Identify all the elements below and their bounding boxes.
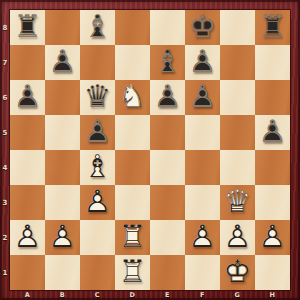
white-pawn-b2[interactable]: ♟♙: [45, 220, 80, 255]
pawn-outline-icon: ♙: [185, 79, 220, 114]
square-g1[interactable]: ♚♔: [220, 255, 255, 290]
square-h3[interactable]: [255, 185, 290, 220]
white-pawn-a2[interactable]: ♟♙: [10, 220, 45, 255]
king-outline-icon: ♔: [220, 254, 255, 289]
square-c4[interactable]: ♝♗: [80, 150, 115, 185]
rook-icon: ♜: [10, 9, 45, 44]
pawn-icon: ♟: [220, 219, 255, 254]
square-g3[interactable]: ♛♕: [220, 185, 255, 220]
square-e7[interactable]: ♝♗: [150, 45, 185, 80]
square-a1[interactable]: [10, 255, 45, 290]
pawn-icon: ♟: [80, 184, 115, 219]
square-b5[interactable]: [45, 115, 80, 150]
square-f3[interactable]: [185, 185, 220, 220]
square-c7[interactable]: [80, 45, 115, 80]
file-label-e: E: [150, 290, 185, 300]
square-d7[interactable]: [115, 45, 150, 80]
rook-outline-icon: ♖: [115, 219, 150, 254]
square-f5[interactable]: [185, 115, 220, 150]
king-icon: ♚: [220, 254, 255, 289]
file-label-a: A: [10, 290, 45, 300]
pawn-outline-icon: ♙: [255, 114, 290, 149]
file-label-d: D: [115, 290, 150, 300]
queen-outline-icon: ♕: [80, 79, 115, 114]
chess-board-frame: ♜♖♝♗♚♔♜♖♟♙♝♗♟♙♟♙♛♕♞♘♟♙♟♙♟♙♟♙♝♗♟♙♛♕♟♙♟♙♜♖…: [0, 0, 300, 300]
square-b7[interactable]: ♟♙: [45, 45, 80, 80]
square-e2[interactable]: [150, 220, 185, 255]
square-c5[interactable]: ♟♙: [80, 115, 115, 150]
pawn-icon: ♟: [185, 219, 220, 254]
rook-icon: ♜: [115, 219, 150, 254]
file-label-h: H: [255, 290, 290, 300]
rank-label-2: 2: [0, 220, 10, 255]
square-h2[interactable]: ♟♙: [255, 220, 290, 255]
square-g7[interactable]: [220, 45, 255, 80]
pawn-outline-icon: ♙: [45, 219, 80, 254]
square-d1[interactable]: ♜♖: [115, 255, 150, 290]
pawn-icon: ♟: [255, 114, 290, 149]
black-king-f8[interactable]: ♚♔: [185, 10, 220, 45]
square-b3[interactable]: [45, 185, 80, 220]
white-bishop-c4[interactable]: ♝♗: [80, 150, 115, 185]
file-label-g: G: [220, 290, 255, 300]
square-e6[interactable]: ♟♙: [150, 80, 185, 115]
black-bishop-e7[interactable]: ♝♗: [150, 45, 185, 80]
rank-label-5: 5: [0, 115, 10, 150]
rank-label-7: 7: [0, 45, 10, 80]
square-g5[interactable]: [220, 115, 255, 150]
rook-outline-icon: ♖: [255, 9, 290, 44]
board-grid: ♜♖♝♗♚♔♜♖♟♙♝♗♟♙♟♙♛♕♞♘♟♙♟♙♟♙♟♙♝♗♟♙♛♕♟♙♟♙♜♖…: [10, 10, 290, 290]
square-c1[interactable]: [80, 255, 115, 290]
queen-outline-icon: ♕: [220, 184, 255, 219]
square-f2[interactable]: ♟♙: [185, 220, 220, 255]
square-e3[interactable]: [150, 185, 185, 220]
square-d5[interactable]: [115, 115, 150, 150]
bishop-outline-icon: ♗: [80, 149, 115, 184]
rank-label-1: 1: [0, 255, 10, 290]
black-pawn-c5[interactable]: ♟♙: [80, 115, 115, 150]
white-rook-d1[interactable]: ♜♖: [115, 255, 150, 290]
square-g2[interactable]: ♟♙: [220, 220, 255, 255]
file-label-c: C: [80, 290, 115, 300]
pawn-outline-icon: ♙: [185, 44, 220, 79]
rook-outline-icon: ♖: [10, 9, 45, 44]
white-rook-d2[interactable]: ♜♖: [115, 220, 150, 255]
square-b2[interactable]: ♟♙: [45, 220, 80, 255]
square-f7[interactable]: ♟♙: [185, 45, 220, 80]
pawn-outline-icon: ♙: [150, 79, 185, 114]
pawn-outline-icon: ♙: [185, 219, 220, 254]
queen-icon: ♛: [80, 79, 115, 114]
white-pawn-f2[interactable]: ♟♙: [185, 220, 220, 255]
pawn-icon: ♟: [10, 79, 45, 114]
square-d2[interactable]: ♜♖: [115, 220, 150, 255]
black-rook-a8[interactable]: ♜♖: [10, 10, 45, 45]
pawn-icon: ♟: [150, 79, 185, 114]
black-pawn-b7[interactable]: ♟♙: [45, 45, 80, 80]
rook-outline-icon: ♖: [115, 254, 150, 289]
file-label-b: B: [45, 290, 80, 300]
square-h8[interactable]: ♜♖: [255, 10, 290, 45]
square-d4[interactable]: [115, 150, 150, 185]
square-a3[interactable]: [10, 185, 45, 220]
square-d6[interactable]: ♞♘: [115, 80, 150, 115]
square-f4[interactable]: [185, 150, 220, 185]
square-c8[interactable]: ♝♗: [80, 10, 115, 45]
square-a5[interactable]: [10, 115, 45, 150]
square-f6[interactable]: ♟♙: [185, 80, 220, 115]
square-h1[interactable]: [255, 255, 290, 290]
square-g6[interactable]: [220, 80, 255, 115]
square-e4[interactable]: [150, 150, 185, 185]
square-e5[interactable]: [150, 115, 185, 150]
knight-icon: ♞: [115, 79, 150, 114]
bishop-icon: ♝: [150, 44, 185, 79]
pawn-icon: ♟: [45, 44, 80, 79]
bishop-outline-icon: ♗: [150, 44, 185, 79]
white-queen-g3[interactable]: ♛♕: [220, 185, 255, 220]
rank-label-8: 8: [0, 10, 10, 45]
square-a6[interactable]: ♟♙: [10, 80, 45, 115]
square-a4[interactable]: [10, 150, 45, 185]
square-c6[interactable]: ♛♕: [80, 80, 115, 115]
square-b1[interactable]: [45, 255, 80, 290]
rank-label-6: 6: [0, 80, 10, 115]
white-pawn-h2[interactable]: ♟♙: [255, 220, 290, 255]
square-h6[interactable]: [255, 80, 290, 115]
pawn-outline-icon: ♙: [220, 219, 255, 254]
black-pawn-f7[interactable]: ♟♙: [185, 45, 220, 80]
pawn-icon: ♟: [185, 44, 220, 79]
pawn-icon: ♟: [255, 219, 290, 254]
pawn-outline-icon: ♙: [45, 44, 80, 79]
white-knight-d6[interactable]: ♞♘: [115, 80, 150, 115]
king-icon: ♚: [185, 9, 220, 44]
square-d3[interactable]: [115, 185, 150, 220]
rook-icon: ♜: [255, 9, 290, 44]
pawn-outline-icon: ♙: [10, 219, 45, 254]
black-pawn-h5[interactable]: ♟♙: [255, 115, 290, 150]
black-bishop-c8[interactable]: ♝♗: [80, 10, 115, 45]
pawn-icon: ♟: [185, 79, 220, 114]
black-pawn-f6[interactable]: ♟♙: [185, 80, 220, 115]
square-c3[interactable]: ♟♙: [80, 185, 115, 220]
pawn-outline-icon: ♙: [10, 79, 45, 114]
rank-label-4: 4: [0, 150, 10, 185]
white-pawn-g2[interactable]: ♟♙: [220, 220, 255, 255]
square-b8[interactable]: [45, 10, 80, 45]
white-king-g1[interactable]: ♚♔: [220, 255, 255, 290]
pawn-icon: ♟: [10, 219, 45, 254]
bishop-icon: ♝: [80, 149, 115, 184]
rook-icon: ♜: [115, 254, 150, 289]
black-pawn-a6[interactable]: ♟♙: [10, 80, 45, 115]
square-h5[interactable]: ♟♙: [255, 115, 290, 150]
pawn-outline-icon: ♙: [255, 219, 290, 254]
knight-outline-icon: ♘: [115, 79, 150, 114]
black-pawn-e6[interactable]: ♟♙: [150, 80, 185, 115]
square-e1[interactable]: [150, 255, 185, 290]
square-f1[interactable]: [185, 255, 220, 290]
queen-icon: ♛: [220, 184, 255, 219]
square-a8[interactable]: ♜♖: [10, 10, 45, 45]
white-pawn-c3[interactable]: ♟♙: [80, 185, 115, 220]
pawn-icon: ♟: [80, 114, 115, 149]
square-a7[interactable]: [10, 45, 45, 80]
black-rook-h8[interactable]: ♜♖: [255, 10, 290, 45]
square-h4[interactable]: [255, 150, 290, 185]
king-outline-icon: ♔: [185, 9, 220, 44]
bishop-outline-icon: ♗: [80, 9, 115, 44]
square-e8[interactable]: [150, 10, 185, 45]
square-g4[interactable]: [220, 150, 255, 185]
square-h7[interactable]: [255, 45, 290, 80]
bishop-icon: ♝: [80, 9, 115, 44]
black-queen-c6[interactable]: ♛♕: [80, 80, 115, 115]
file-label-f: F: [185, 290, 220, 300]
rank-label-3: 3: [0, 185, 10, 220]
square-a2[interactable]: ♟♙: [10, 220, 45, 255]
pawn-outline-icon: ♙: [80, 184, 115, 219]
square-g8[interactable]: [220, 10, 255, 45]
square-f8[interactable]: ♚♔: [185, 10, 220, 45]
pawn-icon: ♟: [45, 219, 80, 254]
square-b4[interactable]: [45, 150, 80, 185]
square-b6[interactable]: [45, 80, 80, 115]
pawn-outline-icon: ♙: [80, 114, 115, 149]
square-d8[interactable]: [115, 10, 150, 45]
square-c2[interactable]: [80, 220, 115, 255]
